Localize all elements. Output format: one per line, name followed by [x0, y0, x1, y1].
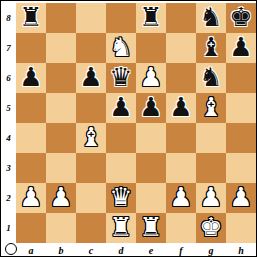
square-f4[interactable] — [166, 123, 196, 153]
square-c6[interactable]: ♟ — [76, 63, 106, 93]
white-rook-e1[interactable]: ♜ — [139, 212, 162, 242]
file-label-d: d — [106, 243, 136, 257]
rank-label-4: 4 — [1, 123, 16, 153]
black-rook-e8[interactable]: ♜ — [139, 2, 162, 32]
square-d7[interactable]: ♞ — [106, 33, 136, 63]
square-f3[interactable] — [166, 153, 196, 183]
square-f7[interactable] — [166, 33, 196, 63]
chess-board: ♜♜♞♚♞♝♟♟♟♛♟♞♟♟♟♝♝♟♟♛♟♟♟♜♜♚ — [16, 3, 256, 243]
file-label-b: b — [46, 243, 76, 257]
white-queen-d2[interactable]: ♛ — [109, 182, 132, 212]
square-d3[interactable] — [106, 153, 136, 183]
square-f6[interactable] — [166, 63, 196, 93]
square-d5[interactable]: ♟ — [106, 93, 136, 123]
white-pawn-f2[interactable]: ♟ — [169, 182, 192, 212]
square-c8[interactable] — [76, 3, 106, 33]
rank-label-2: 2 — [1, 183, 16, 213]
white-bishop-g5[interactable]: ♝ — [199, 92, 222, 122]
square-h6[interactable] — [226, 63, 256, 93]
square-h1[interactable] — [226, 213, 256, 243]
square-a5[interactable] — [16, 93, 46, 123]
square-c1[interactable] — [76, 213, 106, 243]
square-b1[interactable] — [46, 213, 76, 243]
square-e8[interactable]: ♜ — [136, 3, 166, 33]
black-pawn-d5[interactable]: ♟ — [109, 92, 132, 122]
square-h7[interactable]: ♟ — [226, 33, 256, 63]
black-knight-g8[interactable]: ♞ — [199, 2, 222, 32]
square-f1[interactable] — [166, 213, 196, 243]
square-d8[interactable] — [106, 3, 136, 33]
square-h3[interactable] — [226, 153, 256, 183]
rank-label-1: 1 — [1, 213, 16, 243]
rank-label-8: 8 — [1, 3, 16, 33]
black-pawn-a6[interactable]: ♟ — [19, 62, 42, 92]
square-a1[interactable] — [16, 213, 46, 243]
white-pawn-e6[interactable]: ♟ — [139, 62, 162, 92]
square-f8[interactable] — [166, 3, 196, 33]
square-e4[interactable] — [136, 123, 166, 153]
square-c3[interactable] — [76, 153, 106, 183]
white-pawn-h2[interactable]: ♟ — [229, 182, 252, 212]
square-g8[interactable]: ♞ — [196, 3, 226, 33]
rank-labels: 87654321 — [1, 3, 16, 243]
white-rook-d1[interactable]: ♜ — [109, 212, 132, 242]
black-pawn-e5[interactable]: ♟ — [139, 92, 162, 122]
square-e3[interactable] — [136, 153, 166, 183]
black-pawn-h7[interactable]: ♟ — [229, 32, 252, 62]
square-a4[interactable] — [16, 123, 46, 153]
square-b6[interactable] — [46, 63, 76, 93]
square-b8[interactable] — [46, 3, 76, 33]
black-knight-g6[interactable]: ♞ — [199, 62, 222, 92]
file-label-f: f — [166, 243, 196, 257]
square-d1[interactable]: ♜ — [106, 213, 136, 243]
black-king-h8[interactable]: ♚ — [229, 2, 252, 32]
file-labels: abcdefgh — [16, 243, 256, 257]
square-h4[interactable] — [226, 123, 256, 153]
square-h8[interactable]: ♚ — [226, 3, 256, 33]
square-e1[interactable]: ♜ — [136, 213, 166, 243]
square-h2[interactable]: ♟ — [226, 183, 256, 213]
square-f5[interactable]: ♟ — [166, 93, 196, 123]
rank-label-5: 5 — [1, 93, 16, 123]
white-pawn-b2[interactable]: ♟ — [49, 182, 72, 212]
square-g2[interactable]: ♟ — [196, 183, 226, 213]
square-b5[interactable] — [46, 93, 76, 123]
rank-label-6: 6 — [1, 63, 16, 93]
square-b4[interactable] — [46, 123, 76, 153]
square-a2[interactable]: ♟ — [16, 183, 46, 213]
square-b2[interactable]: ♟ — [46, 183, 76, 213]
square-g1[interactable]: ♚ — [196, 213, 226, 243]
square-e7[interactable] — [136, 33, 166, 63]
black-bishop-g7[interactable]: ♝ — [199, 32, 222, 62]
square-e6[interactable]: ♟ — [136, 63, 166, 93]
white-knight-d7[interactable]: ♞ — [109, 32, 132, 62]
rank-label-3: 3 — [1, 153, 16, 183]
square-a3[interactable] — [16, 153, 46, 183]
square-b3[interactable] — [46, 153, 76, 183]
square-e5[interactable]: ♟ — [136, 93, 166, 123]
side-to-move-indicator — [5, 243, 17, 255]
square-g4[interactable] — [196, 123, 226, 153]
chess-diagram: ♜♜♞♚♞♝♟♟♟♛♟♞♟♟♟♝♝♟♟♛♟♟♟♜♜♚ 87654321 abcd… — [0, 0, 257, 257]
square-e2[interactable] — [136, 183, 166, 213]
black-pawn-c6[interactable]: ♟ — [79, 62, 102, 92]
square-b7[interactable] — [46, 33, 76, 63]
white-bishop-c4[interactable]: ♝ — [79, 122, 102, 152]
square-d2[interactable]: ♛ — [106, 183, 136, 213]
square-g6[interactable]: ♞ — [196, 63, 226, 93]
square-f2[interactable]: ♟ — [166, 183, 196, 213]
square-h5[interactable] — [226, 93, 256, 123]
square-a6[interactable]: ♟ — [16, 63, 46, 93]
file-label-h: h — [226, 243, 256, 257]
square-d6[interactable]: ♛ — [106, 63, 136, 93]
square-a8[interactable]: ♜ — [16, 3, 46, 33]
square-g5[interactable]: ♝ — [196, 93, 226, 123]
square-c2[interactable] — [76, 183, 106, 213]
square-a7[interactable] — [16, 33, 46, 63]
square-c7[interactable] — [76, 33, 106, 63]
square-g3[interactable] — [196, 153, 226, 183]
square-d4[interactable] — [106, 123, 136, 153]
white-king-g1[interactable]: ♚ — [199, 212, 222, 242]
rank-label-7: 7 — [1, 33, 16, 63]
black-queen-d6[interactable]: ♛ — [109, 62, 132, 92]
square-c5[interactable] — [76, 93, 106, 123]
black-pawn-f5[interactable]: ♟ — [169, 92, 192, 122]
white-pawn-a2[interactable]: ♟ — [19, 182, 42, 212]
file-label-g: g — [196, 243, 226, 257]
black-rook-a8[interactable]: ♜ — [19, 2, 42, 32]
file-label-e: e — [136, 243, 166, 257]
square-c4[interactable]: ♝ — [76, 123, 106, 153]
file-label-c: c — [76, 243, 106, 257]
square-g7[interactable]: ♝ — [196, 33, 226, 63]
white-pawn-g2[interactable]: ♟ — [199, 182, 222, 212]
file-label-a: a — [16, 243, 46, 257]
